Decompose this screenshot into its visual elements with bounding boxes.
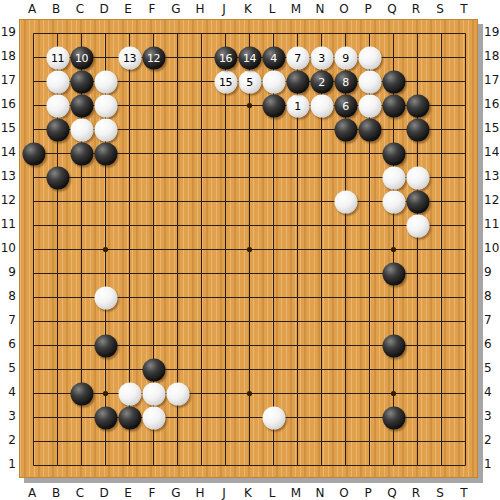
black-stone [70,94,93,117]
coordinate-label: 14 [0,144,16,160]
black-stone [358,118,381,141]
black-stone [70,142,93,165]
black-stone: 2 [310,70,333,93]
white-stone: 5 [238,70,261,93]
coordinate-label: K [236,485,260,500]
coordinate-label: J [212,1,236,17]
white-stone: 11 [46,46,69,69]
coordinate-label: 15 [484,120,500,136]
white-stone [142,406,165,429]
white-stone [70,118,93,141]
coordinate-label: 13 [484,168,500,184]
move-number: 13 [123,51,136,64]
move-number: 11 [51,51,64,64]
move-number: 12 [147,51,160,64]
black-stone [94,142,117,165]
black-stone [406,190,429,213]
white-stone [94,94,117,117]
white-stone [46,70,69,93]
coordinate-label: K [236,1,260,17]
coordinate-label: 7 [484,312,500,328]
white-stone: 9 [334,46,357,69]
coordinate-label: O [332,1,356,17]
white-stone: 15 [214,70,237,93]
white-stone [406,214,429,237]
coordinate-label: 14 [484,144,500,160]
coordinate-label: 10 [0,240,16,256]
coordinate-label: J [212,485,236,500]
star-point [391,391,396,396]
white-stone [118,382,141,405]
coordinate-label: M [284,485,308,500]
black-stone [22,142,45,165]
move-number: 2 [318,75,325,88]
white-stone [262,70,285,93]
coordinate-label: 12 [0,192,16,208]
coordinate-label: C [68,485,92,500]
coordinate-label: 9 [484,264,500,280]
coordinate-label: 1 [484,456,500,472]
move-number: 1 [294,99,301,112]
black-stone [70,382,93,405]
coordinate-label: 5 [0,360,16,376]
star-point [391,247,396,252]
black-stone [382,142,405,165]
coordinate-label: N [308,1,332,17]
coordinate-label: P [356,1,380,17]
black-stone [406,118,429,141]
white-stone [310,94,333,117]
coordinate-label: S [428,485,452,500]
white-stone: 13 [118,46,141,69]
coordinate-label: H [188,1,212,17]
coordinate-label: F [140,485,164,500]
black-stone [46,118,69,141]
coordinate-label: 5 [484,360,500,376]
coordinate-label: 19 [484,24,500,40]
coordinate-label: 4 [484,384,500,400]
black-stone [94,406,117,429]
coordinate-label: 10 [484,240,500,256]
white-stone [358,94,381,117]
coordinate-label: Q [380,1,404,17]
black-stone: 10 [70,46,93,69]
white-stone [382,166,405,189]
coordinate-label: T [452,485,476,500]
coordinate-label: R [404,485,428,500]
coordinate-label: 3 [484,408,500,424]
black-stone [406,94,429,117]
move-number: 10 [75,51,88,64]
coordinate-label: B [44,485,68,500]
black-stone [46,166,69,189]
black-stone [382,94,405,117]
white-stone [46,94,69,117]
coordinate-label: A [20,485,44,500]
coordinate-label: G [164,485,188,500]
black-stone: 6 [334,94,357,117]
coordinate-label: 19 [0,24,16,40]
coordinate-label: R [404,1,428,17]
coordinate-label: M [284,1,308,17]
black-stone [94,334,117,357]
black-stone [382,334,405,357]
coordinate-label: G [164,1,188,17]
white-stone [382,190,405,213]
move-number: 7 [294,51,301,64]
move-number: 5 [246,75,253,88]
move-number: 16 [219,51,232,64]
black-stone: 8 [334,70,357,93]
star-point [247,103,252,108]
black-stone [286,70,309,93]
coordinate-label: T [452,1,476,17]
white-stone [94,286,117,309]
white-stone [142,382,165,405]
star-point [247,391,252,396]
white-stone [358,46,381,69]
coordinate-label: H [188,485,212,500]
move-number: 14 [243,51,256,64]
coordinate-label: P [356,485,380,500]
move-number: 6 [342,99,349,112]
coordinate-label: F [140,1,164,17]
coordinate-label: 12 [484,192,500,208]
white-stone [358,70,381,93]
coordinate-label: 17 [484,72,500,88]
move-number: 9 [342,51,349,64]
coordinate-label: 15 [0,120,16,136]
coordinate-label: 13 [0,168,16,184]
black-stone: 14 [238,46,261,69]
go-board[interactable]: 12345678910111213141516 [19,19,478,478]
move-number: 8 [342,75,349,88]
coordinate-label: 2 [484,432,500,448]
move-number: 15 [219,75,232,88]
black-stone: 16 [214,46,237,69]
move-number: 3 [318,51,325,64]
white-stone [94,118,117,141]
coordinate-label: 16 [484,96,500,112]
coordinate-label: 8 [0,288,16,304]
coordinate-label: A [20,1,44,17]
coordinate-label: B [44,1,68,17]
coordinate-label: 11 [484,216,500,232]
coordinate-label: L [260,485,284,500]
star-point [103,391,108,396]
move-number: 4 [270,51,277,64]
white-stone [406,166,429,189]
star-point [247,247,252,252]
coordinate-label: N [308,485,332,500]
coordinate-label: 4 [0,384,16,400]
black-stone [118,406,141,429]
black-stone [70,70,93,93]
white-stone: 7 [286,46,309,69]
coordinate-label: 9 [0,264,16,280]
coordinate-label: O [332,485,356,500]
coordinate-label: 8 [484,288,500,304]
coordinate-label: Q [380,485,404,500]
coordinate-label: 16 [0,96,16,112]
white-stone [166,382,189,405]
coordinate-label: 18 [0,48,16,64]
star-point [103,247,108,252]
coordinate-label: S [428,1,452,17]
coordinate-label: E [116,485,140,500]
coordinate-label: 6 [0,336,16,352]
coordinate-label: 3 [0,408,16,424]
go-board-app: 12345678910111213141516 ABCDEFGHJKLMNOPQ… [0,0,500,500]
white-stone [334,190,357,213]
white-stone: 3 [310,46,333,69]
coordinate-label: D [92,485,116,500]
black-stone [382,70,405,93]
coordinate-label: 18 [484,48,500,64]
black-stone [334,118,357,141]
white-stone [94,70,117,93]
black-stone: 4 [262,46,285,69]
coordinate-label: 7 [0,312,16,328]
coordinate-label: E [116,1,140,17]
coordinate-label: L [260,1,284,17]
black-stone: 12 [142,46,165,69]
black-stone [382,406,405,429]
white-stone [262,406,285,429]
coordinate-label: D [92,1,116,17]
black-stone [382,262,405,285]
coordinate-label: 2 [0,432,16,448]
coordinate-label: 1 [0,456,16,472]
black-stone [262,94,285,117]
white-stone: 1 [286,94,309,117]
coordinate-label: C [68,1,92,17]
black-stone [142,358,165,381]
coordinate-label: 17 [0,72,16,88]
coordinate-label: 6 [484,336,500,352]
coordinate-label: 11 [0,216,16,232]
